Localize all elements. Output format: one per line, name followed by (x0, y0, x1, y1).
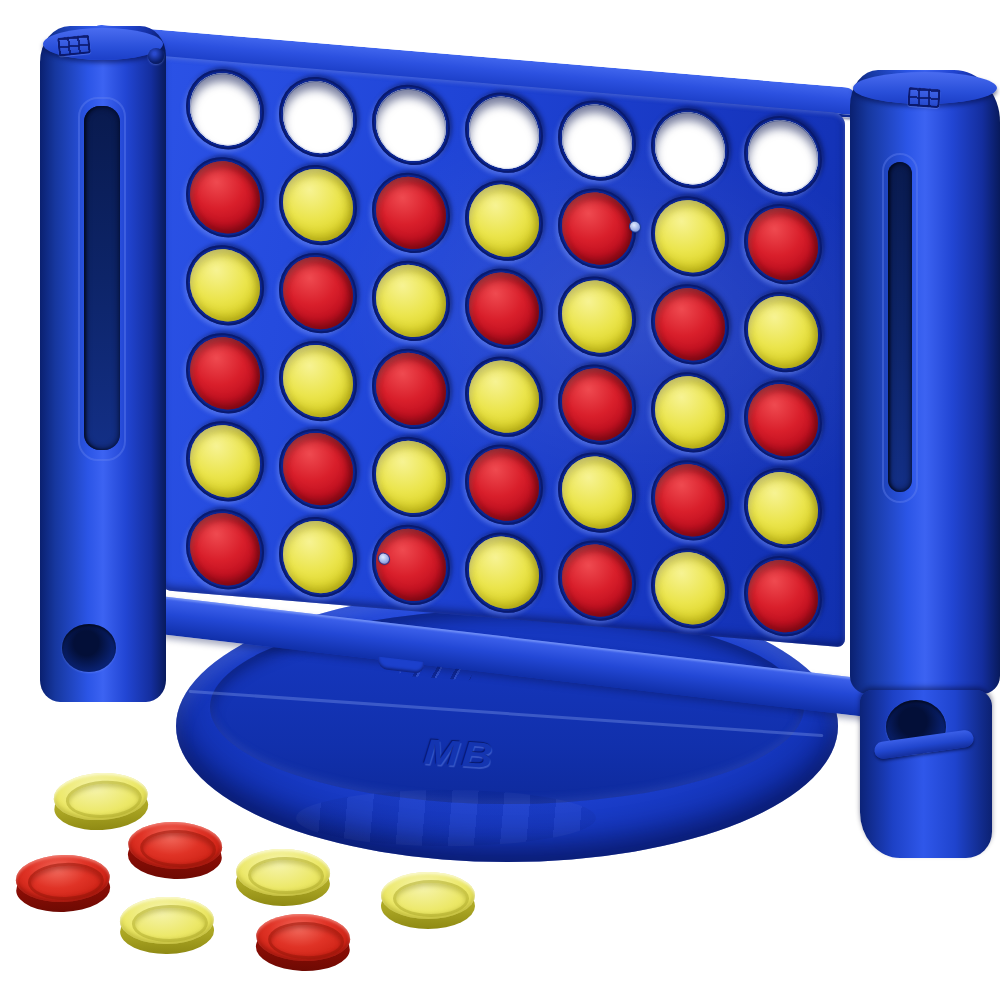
disc-yellow-r2-c2 (279, 162, 357, 249)
disc-red-r2-c5 (558, 185, 636, 272)
disc-cavity (748, 469, 818, 547)
disc-red-r4-c7 (744, 377, 822, 464)
disc-cavity (562, 366, 632, 444)
right-pillar (850, 70, 1000, 694)
cell-r5-c4 (457, 437, 550, 533)
disc-yellow-r4-c4 (465, 353, 543, 440)
cell-r5-c7 (736, 460, 829, 556)
cell-r5-c1 (178, 413, 271, 509)
cell-r2-c4 (457, 173, 550, 269)
disc-yellow-r6-c6 (651, 545, 729, 632)
disc-cavity (562, 190, 632, 268)
disc-cavity (748, 381, 818, 459)
disc-cavity (190, 510, 260, 588)
empty-hole-r1-c4 (465, 89, 543, 176)
cell-r1-c3 (364, 77, 457, 173)
disc-red-r2-c7 (744, 201, 822, 288)
cell-r2-c1 (178, 149, 271, 245)
disc-cavity (562, 454, 632, 532)
cell-r3-c2 (271, 245, 364, 341)
cell-r1-c4 (457, 85, 550, 181)
disc-cavity (748, 117, 818, 195)
disc-yellow-r6-c2 (279, 514, 357, 601)
disc-cavity (469, 358, 539, 436)
cell-r3-c3 (364, 253, 457, 349)
cell-r1-c1 (178, 61, 271, 157)
disc-red-r4-c3 (372, 346, 450, 433)
cell-r4-c4 (457, 349, 550, 445)
disc-cavity (655, 197, 725, 275)
right-pillar-foot (860, 690, 992, 858)
disc-cavity (562, 102, 632, 180)
disc-cavity (283, 342, 353, 420)
disc-cavity (376, 350, 446, 428)
disc-yellow-r5-c7 (744, 465, 822, 552)
cell-r4-c6 (643, 364, 736, 460)
disc-red-r2-c3 (372, 170, 450, 257)
cell-r4-c1 (178, 325, 271, 421)
molded-grid-icon-left (57, 34, 91, 56)
disc-yellow-r3-c1 (186, 242, 264, 329)
screw-top (630, 221, 640, 232)
disc-cavity (283, 254, 353, 332)
disc-yellow-r3-c7 (744, 289, 822, 376)
cell-r6-c4 (457, 525, 550, 621)
empty-hole-r1-c5 (558, 97, 636, 184)
cell-r4-c7 (736, 372, 829, 468)
empty-hole-r1-c2 (279, 74, 357, 161)
loose-disc-4-yellow (236, 848, 331, 908)
cell-r3-c7 (736, 284, 829, 380)
loose-disc-6-red (255, 912, 351, 973)
cell-r5-c3 (364, 429, 457, 525)
disc-cavity (283, 78, 353, 156)
disc-cavity (469, 270, 539, 348)
disc-cavity (190, 158, 260, 236)
disc-red-r5-c4 (465, 441, 543, 528)
cell-r5-c5 (550, 445, 643, 541)
disc-cavity (655, 549, 725, 627)
empty-hole-r1-c7 (744, 113, 822, 200)
cell-r5-c2 (271, 421, 364, 517)
cell-r5-c6 (643, 452, 736, 548)
disc-cavity (283, 166, 353, 244)
tray-front-ridges (296, 790, 596, 846)
disc-cavity (376, 526, 446, 604)
disc-yellow-r2-c4 (465, 177, 543, 264)
disc-red-r5-c2 (279, 426, 357, 513)
cell-r6-c5 (550, 533, 643, 629)
disc-cavity (469, 182, 539, 260)
loose-disc-5-yellow (120, 896, 215, 956)
screw-bottom (379, 553, 389, 564)
disc-red-r6-c7 (744, 553, 822, 640)
disc-cavity (190, 334, 260, 412)
cell-r3-c4 (457, 261, 550, 357)
disc-red-r6-c1 (186, 506, 264, 593)
disc-red-r3-c6 (651, 281, 729, 368)
hinge-pin-icon (148, 48, 164, 64)
disc-red-r4-c5 (558, 361, 636, 448)
disc-cavity (283, 518, 353, 596)
disc-cavity (190, 422, 260, 500)
disc-cavity (376, 438, 446, 516)
cell-r4-c2 (271, 333, 364, 429)
cell-r6-c6 (643, 540, 736, 636)
holes-grid (178, 61, 829, 644)
disc-cavity (190, 246, 260, 324)
disc-cavity (562, 542, 632, 620)
disc-yellow-r3-c3 (372, 258, 450, 345)
cell-r3-c1 (178, 237, 271, 333)
disc-yellow-r4-c2 (279, 338, 357, 425)
disc-red-r3-c2 (279, 250, 357, 337)
empty-hole-r1-c3 (372, 82, 450, 169)
disc-red-r6-c3 (372, 522, 450, 609)
cell-r6-c3 (364, 517, 457, 613)
cell-r2-c2 (271, 157, 364, 253)
disc-cavity (469, 446, 539, 524)
cell-r1-c6 (643, 100, 736, 196)
left-pillar (40, 26, 166, 702)
disc-cavity (748, 293, 818, 371)
right-pillar-slot (888, 162, 912, 492)
disc-cavity (748, 205, 818, 283)
disc-cavity (748, 557, 818, 635)
connect-four-board (162, 30, 845, 647)
disc-cavity (655, 109, 725, 187)
disc-cavity (469, 534, 539, 612)
tray-emboss-text: MB (423, 731, 497, 777)
loose-disc-2-red (127, 820, 223, 881)
disc-red-r2-c1 (186, 154, 264, 241)
stage: MB (0, 0, 1000, 1000)
empty-hole-r1-c1 (186, 66, 264, 153)
cell-r2-c5 (550, 181, 643, 277)
empty-hole-r1-c6 (651, 105, 729, 192)
disc-cavity (190, 70, 260, 148)
puck-recess (393, 880, 469, 917)
disc-yellow-r3-c5 (558, 273, 636, 360)
loose-disc-3-red (15, 853, 111, 914)
disc-yellow-r4-c6 (651, 369, 729, 456)
cell-r3-c6 (643, 276, 736, 372)
disc-cavity (376, 86, 446, 164)
cell-r2-c6 (643, 188, 736, 284)
cell-r4-c3 (364, 341, 457, 437)
disc-yellow-r5-c1 (186, 418, 264, 505)
disc-red-r3-c4 (465, 265, 543, 352)
disc-cavity (376, 174, 446, 252)
disc-cavity (469, 94, 539, 172)
cell-r6-c2 (271, 509, 364, 605)
disc-yellow-r6-c4 (465, 529, 543, 616)
disc-red-r6-c5 (558, 537, 636, 624)
cell-r3-c5 (550, 269, 643, 365)
disc-cavity (562, 278, 632, 356)
left-pillar-slot (84, 106, 120, 450)
disc-red-r4-c1 (186, 330, 264, 417)
cell-r4-c5 (550, 357, 643, 453)
disc-yellow-r5-c5 (558, 449, 636, 536)
left-pillar-notch (62, 624, 116, 672)
disc-cavity (655, 285, 725, 363)
disc-cavity (283, 430, 353, 508)
disc-yellow-r5-c3 (372, 434, 450, 521)
disc-cavity (655, 461, 725, 539)
loose-disc-7-yellow (381, 872, 475, 930)
cell-r6-c7 (736, 548, 829, 644)
disc-yellow-r2-c6 (651, 193, 729, 280)
cell-r1-c5 (550, 93, 643, 189)
cell-r1-c7 (736, 108, 829, 204)
disc-red-r5-c6 (651, 457, 729, 544)
molded-grid-icon-right (907, 87, 940, 108)
cell-r2-c7 (736, 196, 829, 292)
disc-cavity (655, 373, 725, 451)
cell-r2-c3 (364, 165, 457, 261)
cell-r1-c2 (271, 69, 364, 165)
disc-cavity (376, 262, 446, 340)
cell-r6-c1 (178, 501, 271, 597)
